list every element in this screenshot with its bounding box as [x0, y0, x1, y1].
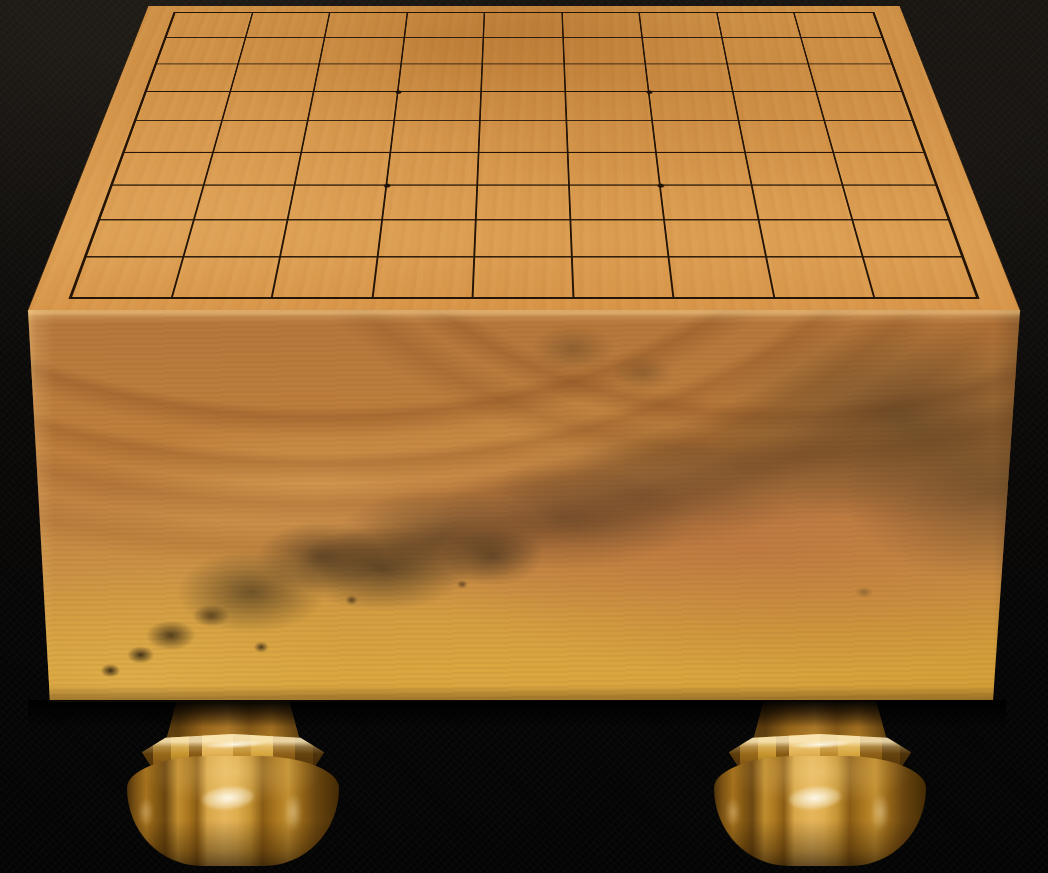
board-cell[interactable] [474, 257, 574, 297]
board-cell[interactable] [72, 257, 184, 297]
board-cell[interactable] [760, 220, 865, 257]
board-cell[interactable] [718, 13, 803, 38]
board-cell[interactable] [640, 13, 723, 38]
board-cell[interactable] [767, 257, 875, 297]
board-cell[interactable] [100, 185, 204, 220]
board-cell[interactable] [734, 92, 826, 121]
board-cell[interactable] [484, 13, 563, 38]
board-cell[interactable] [302, 122, 394, 153]
board-cell[interactable] [650, 92, 740, 121]
board-cell[interactable] [231, 65, 320, 93]
board-cell[interactable] [566, 92, 653, 121]
scene-background-fabric [0, 0, 1048, 873]
board-cell[interactable] [288, 185, 386, 220]
board-cell[interactable] [373, 257, 475, 297]
board-front-face [20, 310, 1025, 702]
board-cell[interactable] [661, 185, 759, 220]
board-cell[interactable] [646, 65, 733, 93]
board-cell[interactable] [238, 38, 325, 64]
board-cell[interactable] [835, 153, 936, 186]
board-cell[interactable] [478, 153, 569, 186]
board-cell[interactable] [378, 220, 477, 257]
shogi-board [0, 0, 1048, 873]
board-cell[interactable] [571, 220, 670, 257]
star-point [647, 91, 653, 94]
board-cell[interactable] [113, 153, 214, 186]
board-cell[interactable] [398, 65, 483, 93]
board-cell[interactable] [147, 65, 239, 93]
front-edge-highlights [20, 310, 1025, 702]
board-cell[interactable] [657, 153, 752, 186]
board-top-face [28, 6, 1020, 311]
board-cell[interactable] [157, 38, 246, 64]
board-cell[interactable] [391, 122, 481, 153]
board-cell[interactable] [483, 38, 565, 64]
board-cell[interactable] [125, 122, 223, 153]
board-cell[interactable] [802, 38, 891, 64]
board-cell[interactable] [817, 92, 912, 121]
board-cell[interactable] [395, 92, 482, 121]
board-cell[interactable] [854, 220, 962, 257]
board-cell[interactable] [308, 92, 398, 121]
board-cell[interactable] [184, 220, 289, 257]
board-cell[interactable] [166, 13, 253, 38]
leg-bulb [127, 756, 339, 866]
board-cell[interactable] [273, 257, 378, 297]
board-cell[interactable] [752, 185, 853, 220]
board-cell[interactable] [477, 185, 571, 220]
board-cell[interactable] [643, 38, 728, 64]
board-grid [68, 12, 979, 299]
board-cell[interactable] [387, 153, 480, 186]
board-cell[interactable] [653, 122, 745, 153]
board-cell[interactable] [565, 65, 650, 93]
board-cell[interactable] [405, 13, 485, 38]
board-cell[interactable] [563, 13, 643, 38]
board-cell[interactable] [314, 65, 401, 93]
board-cell[interactable] [570, 185, 666, 220]
board-cell[interactable] [567, 122, 657, 153]
board-cell[interactable] [204, 153, 302, 186]
board-cell[interactable] [740, 122, 835, 153]
board-cell[interactable] [194, 185, 295, 220]
board-cell[interactable] [810, 65, 902, 93]
board-cell[interactable] [325, 13, 408, 38]
board-cell[interactable] [296, 153, 391, 186]
board-cell[interactable] [281, 220, 383, 257]
board-cell[interactable] [482, 65, 566, 93]
board-cell[interactable] [795, 13, 882, 38]
board-cell[interactable] [173, 257, 281, 297]
board-cell[interactable] [481, 92, 567, 121]
board-cell[interactable] [222, 92, 314, 121]
leg-bulb [714, 756, 926, 866]
board-cell[interactable] [320, 38, 405, 64]
board-cell[interactable] [568, 153, 661, 186]
board-cell[interactable] [383, 185, 479, 220]
board-cell[interactable] [87, 220, 195, 257]
board-cell[interactable] [864, 257, 976, 297]
board-cell[interactable] [402, 38, 485, 64]
star-point [658, 183, 665, 187]
board-cell[interactable] [665, 220, 767, 257]
board-cell[interactable] [213, 122, 308, 153]
board-cell[interactable] [723, 38, 810, 64]
board-cell[interactable] [136, 92, 231, 121]
board-underside-shadow [28, 700, 1006, 730]
board-cell[interactable] [480, 122, 569, 153]
board-cell[interactable] [670, 257, 775, 297]
board-cell[interactable] [844, 185, 948, 220]
board-cell[interactable] [826, 122, 924, 153]
board-cell[interactable] [573, 257, 675, 297]
board-cell[interactable] [564, 38, 647, 64]
board-cell[interactable] [246, 13, 331, 38]
board-cell[interactable] [746, 153, 844, 186]
board-cell[interactable] [475, 220, 572, 257]
board-cell[interactable] [728, 65, 817, 93]
